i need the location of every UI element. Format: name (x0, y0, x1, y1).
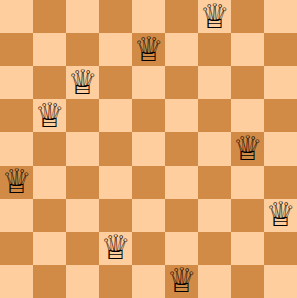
square-b8[interactable] (33, 33, 66, 66)
square-i1[interactable] (264, 265, 297, 298)
square-h3[interactable] (231, 199, 264, 232)
square-g7[interactable] (198, 66, 231, 99)
square-g9[interactable]: ♕ (198, 0, 231, 33)
white-queen[interactable]: ♕ (166, 265, 196, 298)
square-e5[interactable] (132, 132, 165, 165)
square-h1[interactable] (231, 265, 264, 298)
square-f8[interactable] (165, 33, 198, 66)
square-g8[interactable] (198, 33, 231, 66)
square-a8[interactable] (0, 33, 33, 66)
square-c5[interactable] (66, 132, 99, 165)
square-h9[interactable] (231, 0, 264, 33)
square-h4[interactable] (231, 166, 264, 199)
square-d6[interactable] (99, 99, 132, 132)
square-c8[interactable] (66, 33, 99, 66)
square-d5[interactable] (99, 132, 132, 165)
square-b9[interactable] (33, 0, 66, 33)
square-d3[interactable] (99, 199, 132, 232)
square-i5[interactable] (264, 132, 297, 165)
square-g6[interactable] (198, 99, 231, 132)
square-h8[interactable] (231, 33, 264, 66)
square-e9[interactable] (132, 0, 165, 33)
square-d8[interactable] (99, 33, 132, 66)
square-e8[interactable]: ♕ (132, 33, 165, 66)
square-a9[interactable] (0, 0, 33, 33)
square-g5[interactable] (198, 132, 231, 165)
square-i4[interactable] (264, 166, 297, 199)
white-queen[interactable]: ♕ (232, 132, 262, 165)
square-e7[interactable] (132, 66, 165, 99)
square-f2[interactable] (165, 232, 198, 265)
square-c3[interactable] (66, 199, 99, 232)
square-g4[interactable] (198, 166, 231, 199)
white-queen[interactable]: ♕ (265, 199, 295, 232)
square-a1[interactable] (0, 265, 33, 298)
square-b2[interactable] (33, 232, 66, 265)
square-i7[interactable] (264, 66, 297, 99)
white-queen[interactable]: ♕ (67, 66, 97, 99)
white-queen[interactable]: ♕ (1, 166, 31, 199)
square-b1[interactable] (33, 265, 66, 298)
square-a3[interactable] (0, 199, 33, 232)
square-f3[interactable] (165, 199, 198, 232)
square-a4[interactable]: ♕ (0, 166, 33, 199)
square-e2[interactable] (132, 232, 165, 265)
square-h6[interactable] (231, 99, 264, 132)
white-queen[interactable]: ♕ (199, 0, 229, 33)
white-queen[interactable]: ♕ (100, 232, 130, 265)
square-f4[interactable] (165, 166, 198, 199)
square-f7[interactable] (165, 66, 198, 99)
board: ♕♕♕♕♕♕♕♕♕ (0, 0, 297, 298)
square-h7[interactable] (231, 66, 264, 99)
square-c7[interactable]: ♕ (66, 66, 99, 99)
square-d2[interactable]: ♕ (99, 232, 132, 265)
square-e6[interactable] (132, 99, 165, 132)
square-d9[interactable] (99, 0, 132, 33)
square-b6[interactable]: ♕ (33, 99, 66, 132)
square-g1[interactable] (198, 265, 231, 298)
square-d7[interactable] (99, 66, 132, 99)
square-c6[interactable] (66, 99, 99, 132)
square-c9[interactable] (66, 0, 99, 33)
square-b4[interactable] (33, 166, 66, 199)
square-i3[interactable]: ♕ (264, 199, 297, 232)
square-b5[interactable] (33, 132, 66, 165)
square-f9[interactable] (165, 0, 198, 33)
white-queen[interactable]: ♕ (133, 33, 163, 66)
square-c2[interactable] (66, 232, 99, 265)
square-d1[interactable] (99, 265, 132, 298)
square-e3[interactable] (132, 199, 165, 232)
white-queen[interactable]: ♕ (34, 99, 64, 132)
square-i9[interactable] (264, 0, 297, 33)
square-c4[interactable] (66, 166, 99, 199)
square-i6[interactable] (264, 99, 297, 132)
square-g3[interactable] (198, 199, 231, 232)
square-a7[interactable] (0, 66, 33, 99)
square-f6[interactable] (165, 99, 198, 132)
square-b7[interactable] (33, 66, 66, 99)
square-e1[interactable] (132, 265, 165, 298)
square-a5[interactable] (0, 132, 33, 165)
square-i8[interactable] (264, 33, 297, 66)
square-h2[interactable] (231, 232, 264, 265)
square-e4[interactable] (132, 166, 165, 199)
square-d4[interactable] (99, 166, 132, 199)
square-g2[interactable] (198, 232, 231, 265)
square-f5[interactable] (165, 132, 198, 165)
square-f1[interactable]: ♕ (165, 265, 198, 298)
square-a6[interactable] (0, 99, 33, 132)
square-a2[interactable] (0, 232, 33, 265)
square-b3[interactable] (33, 199, 66, 232)
square-i2[interactable] (264, 232, 297, 265)
square-h5[interactable]: ♕ (231, 132, 264, 165)
square-c1[interactable] (66, 265, 99, 298)
